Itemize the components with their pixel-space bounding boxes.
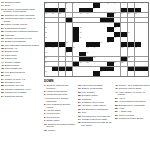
clue-text: Occupy, as a restaurant booth xyxy=(119,84,150,86)
white-cell[interactable] xyxy=(141,27,148,32)
white-cell[interactable] xyxy=(93,13,100,18)
white-cell[interactable]: 55 xyxy=(79,62,86,67)
white-cell[interactable] xyxy=(52,23,59,28)
white-cell[interactable] xyxy=(107,71,114,76)
clue-item: 60. Ransom chambers, e.g.? xyxy=(1,88,42,91)
black-cell xyxy=(121,57,128,62)
clue-item: 17. Bi-weekly check during which propert… xyxy=(1,8,42,13)
cell-number: 45 xyxy=(121,47,123,48)
white-cell[interactable] xyxy=(135,32,142,37)
white-cell[interactable] xyxy=(73,52,80,57)
white-cell[interactable]: 33 xyxy=(79,37,86,42)
down-clues-column-2: 13. Paperless periodical19. East or West… xyxy=(78,84,113,132)
white-cell[interactable] xyxy=(66,62,73,67)
cell-number: 25 xyxy=(121,23,123,24)
clue-text: Crowd-bearing ritual xyxy=(47,93,68,95)
black-cell xyxy=(107,27,114,32)
clue-text: Indoor flying insects xyxy=(47,90,67,92)
white-cell[interactable] xyxy=(135,71,142,76)
clue-text: Follower of terminal or rod xyxy=(5,37,32,39)
white-cell[interactable] xyxy=(52,37,59,42)
black-cell xyxy=(121,32,128,37)
white-cell[interactable]: 59 xyxy=(73,67,80,72)
white-cell[interactable] xyxy=(107,52,114,57)
black-cell xyxy=(66,18,73,23)
cell-number: 61 xyxy=(45,71,47,72)
cell-number: 48 xyxy=(45,52,47,53)
black-cell xyxy=(93,3,100,8)
white-cell[interactable] xyxy=(121,52,128,57)
white-cell[interactable] xyxy=(66,37,73,42)
white-cell[interactable]: 43 xyxy=(86,47,93,52)
cell-number: 39 xyxy=(45,47,47,48)
white-cell[interactable] xyxy=(141,47,148,52)
black-cell xyxy=(121,42,128,47)
clue-text: 'World-famous' something xyxy=(119,100,145,102)
white-cell[interactable] xyxy=(59,3,66,8)
black-cell xyxy=(59,42,66,47)
white-cell[interactable]: 17 xyxy=(128,13,135,18)
white-cell[interactable] xyxy=(86,3,93,8)
clue-text: Forecast xyxy=(5,34,14,36)
white-cell[interactable] xyxy=(135,62,142,67)
clue-text: Hotel, Bosley or Lionel, to Ronald xyxy=(118,91,145,96)
clue-text: Bistro's planet xyxy=(5,64,19,66)
white-cell[interactable]: 3 xyxy=(73,3,80,8)
white-cell[interactable] xyxy=(128,37,135,42)
white-cell[interactable] xyxy=(135,3,142,8)
white-cell[interactable]: 25 xyxy=(121,23,128,28)
cell-number: 41 xyxy=(59,47,61,48)
clue-text: Carol genre xyxy=(5,54,17,56)
white-cell[interactable] xyxy=(141,18,148,23)
clue-item: 26. Words from a golfer's notebook? xyxy=(1,30,42,33)
white-cell[interactable] xyxy=(86,18,93,23)
white-cell[interactable] xyxy=(93,52,100,57)
white-cell[interactable]: 61 xyxy=(45,71,52,76)
white-cell[interactable] xyxy=(135,52,142,57)
white-cell[interactable]: 29 xyxy=(45,32,52,37)
clue-text: Skills for workers and behavior xyxy=(47,84,69,89)
white-cell[interactable] xyxy=(114,47,121,52)
white-cell[interactable] xyxy=(135,18,142,23)
white-cell[interactable]: 62 xyxy=(100,71,107,76)
white-cell[interactable] xyxy=(73,71,80,76)
white-cell[interactable] xyxy=(141,42,148,47)
white-cell[interactable] xyxy=(59,52,66,57)
black-cell xyxy=(52,42,59,47)
white-cell[interactable] xyxy=(52,71,59,76)
white-cell[interactable] xyxy=(141,57,148,62)
white-cell[interactable] xyxy=(121,27,128,32)
white-cell[interactable] xyxy=(121,18,128,23)
clue-item: 47. Hotel, Bosley or Lionel, to Ronald xyxy=(115,91,150,96)
black-cell xyxy=(73,62,80,67)
clue-text: Jeer xyxy=(82,111,86,113)
white-cell[interactable] xyxy=(52,32,59,37)
white-cell[interactable]: 58 xyxy=(121,62,128,67)
clue-item: 6. Ask the whale xyxy=(44,109,76,112)
clue-item: 33. Microwaved a real patrolled xyxy=(78,115,113,118)
white-cell[interactable]: 36 xyxy=(73,42,80,47)
white-cell[interactable]: 7 xyxy=(141,3,148,8)
cell-number: 3 xyxy=(73,3,74,4)
white-cell[interactable]: 53 xyxy=(128,57,135,62)
black-cell xyxy=(141,67,148,72)
clue-text: Cracker classic xyxy=(5,61,21,63)
white-cell[interactable] xyxy=(86,32,93,37)
clue-item: 9. Sturdy fabric xyxy=(44,119,76,122)
white-cell[interactable]: 10 xyxy=(45,13,52,18)
white-cell[interactable] xyxy=(100,8,107,13)
white-cell[interactable] xyxy=(121,37,128,42)
white-cell[interactable] xyxy=(66,57,73,62)
clue-text: 'Celebrity Hunter' street xyxy=(82,104,106,106)
white-cell[interactable] xyxy=(128,3,135,8)
cell-number: 47 xyxy=(135,47,137,48)
white-cell[interactable]: 48 xyxy=(45,52,52,57)
black-cell xyxy=(73,27,80,32)
white-cell[interactable] xyxy=(52,57,59,62)
white-cell[interactable]: 11 xyxy=(52,13,59,18)
clue-item: 36. Nice fabrication sketching system xyxy=(1,44,42,47)
white-cell[interactable] xyxy=(93,62,100,67)
white-cell[interactable] xyxy=(107,23,114,28)
clue-text: Removal of a famous shooting? xyxy=(47,97,69,102)
white-cell[interactable] xyxy=(66,71,73,76)
cell-number: 15 xyxy=(114,13,116,14)
white-cell[interactable] xyxy=(86,67,93,72)
white-cell[interactable] xyxy=(100,37,107,42)
white-cell[interactable] xyxy=(121,3,128,8)
black-cell xyxy=(100,18,107,23)
white-cell[interactable] xyxy=(100,52,107,57)
cell-number: 35 xyxy=(66,42,68,43)
clue-item: 11. Emotional state xyxy=(1,1,42,4)
white-cell[interactable] xyxy=(107,47,114,52)
white-cell[interactable]: 39 xyxy=(45,47,52,52)
clue-item: 44. Cracker classic xyxy=(1,61,42,64)
white-cell[interactable] xyxy=(86,27,93,32)
white-cell[interactable]: 19 xyxy=(45,18,52,23)
across-clues-list: 11. Emotional state14. Duck17. Bi-weekly… xyxy=(1,1,42,149)
white-cell[interactable] xyxy=(107,32,114,37)
white-cell[interactable] xyxy=(93,37,100,42)
white-cell[interactable] xyxy=(66,32,73,37)
white-cell[interactable] xyxy=(114,42,121,47)
white-cell[interactable]: 16 xyxy=(121,13,128,18)
white-cell[interactable] xyxy=(45,67,52,72)
white-cell[interactable] xyxy=(79,3,86,8)
white-cell[interactable] xyxy=(52,3,59,8)
white-cell[interactable] xyxy=(100,32,107,37)
cell-number: 7 xyxy=(142,3,143,4)
white-cell[interactable]: 34 xyxy=(114,37,121,42)
clue-item: 57. A single time xyxy=(115,110,150,113)
white-cell[interactable]: 6 xyxy=(114,3,121,8)
white-cell[interactable] xyxy=(121,67,128,72)
clue-text: Burlesque prop xyxy=(5,81,21,83)
white-cell[interactable]: 40 xyxy=(52,47,59,52)
cell-number: 24 xyxy=(100,23,102,24)
black-cell xyxy=(73,32,80,37)
clue-item: 34. Bridge pal's hammer xyxy=(1,40,42,43)
white-cell[interactable] xyxy=(114,8,121,13)
clue-item: 59. Cain or Cyprus xyxy=(115,114,150,117)
white-cell[interactable] xyxy=(100,57,107,62)
white-cell[interactable]: 18 xyxy=(135,13,142,18)
white-cell[interactable] xyxy=(128,27,135,32)
white-cell[interactable] xyxy=(79,47,86,52)
clue-item: 23. Tiny follower xyxy=(78,91,113,94)
white-cell[interactable]: 46 xyxy=(128,47,135,52)
black-cell xyxy=(107,67,114,72)
clue-text: Bernese Alp xyxy=(5,47,17,49)
white-cell[interactable] xyxy=(66,27,73,32)
white-cell[interactable]: 54 xyxy=(45,62,52,67)
clue-text: Emotional state xyxy=(5,1,21,3)
white-cell[interactable] xyxy=(79,67,86,72)
white-cell[interactable]: 30 xyxy=(79,32,86,37)
clue-item: 64. Signs and omens xyxy=(1,95,42,98)
white-cell[interactable] xyxy=(79,71,86,76)
white-cell[interactable]: 32 xyxy=(45,37,52,42)
black-cell xyxy=(66,67,73,72)
white-cell[interactable]: 52 xyxy=(93,57,100,62)
white-cell[interactable] xyxy=(93,23,100,28)
white-cell[interactable] xyxy=(86,37,93,42)
black-cell xyxy=(93,42,100,47)
clue-item: 2. Indoor flying insects xyxy=(44,90,76,93)
white-cell[interactable] xyxy=(86,23,93,28)
white-cell[interactable] xyxy=(128,18,135,23)
white-cell[interactable] xyxy=(135,23,142,28)
cell-number: 19 xyxy=(45,18,47,19)
cell-number: 13 xyxy=(80,13,82,14)
crossword-puzzle-page: 11. Emotional state14. Duck17. Bi-weekly… xyxy=(0,0,150,150)
white-cell[interactable]: 44 xyxy=(93,47,100,52)
clue-item: 55. Bloomberg TV competitor xyxy=(115,104,150,107)
white-cell[interactable]: 50 xyxy=(86,52,93,57)
white-cell[interactable]: 42 xyxy=(73,47,80,52)
white-cell[interactable]: 20 xyxy=(73,18,80,23)
white-cell[interactable] xyxy=(93,18,100,23)
white-cell[interactable] xyxy=(135,37,142,42)
clue-item: 28. Forecast xyxy=(1,34,42,37)
clue-text: ASAP xyxy=(119,97,125,99)
white-cell[interactable]: 15 xyxy=(114,13,121,18)
clue-text: Children's author Blyton xyxy=(119,117,143,119)
cell-number: 31 xyxy=(128,32,130,33)
white-cell[interactable]: 12 xyxy=(59,13,66,18)
white-cell[interactable] xyxy=(73,8,80,13)
cell-number: 57 xyxy=(114,62,116,63)
white-cell[interactable] xyxy=(79,23,86,28)
white-cell[interactable]: 26 xyxy=(45,27,52,32)
white-cell[interactable] xyxy=(128,62,135,67)
white-cell[interactable]: 51 xyxy=(45,57,52,62)
white-cell[interactable] xyxy=(73,23,80,28)
white-cell[interactable]: 22 xyxy=(45,23,52,28)
cell-number: 5 xyxy=(107,3,108,4)
white-cell[interactable] xyxy=(100,27,107,32)
white-cell[interactable] xyxy=(59,62,66,67)
white-cell[interactable]: 1 xyxy=(45,3,52,8)
white-cell[interactable] xyxy=(135,27,142,32)
white-cell[interactable] xyxy=(141,13,148,18)
white-cell[interactable] xyxy=(107,8,114,13)
cell-number: 46 xyxy=(128,47,130,48)
white-cell[interactable] xyxy=(59,23,66,28)
white-cell[interactable] xyxy=(141,71,148,76)
clue-item: 19. East or West phrase xyxy=(78,87,113,90)
clue-text: Seasons, as a cyclist xyxy=(82,101,103,103)
white-cell[interactable] xyxy=(52,62,59,67)
cell-number: 40 xyxy=(52,47,54,48)
clue-item: 41. Carol genre xyxy=(1,54,42,57)
clue-item: 21. Workers who make regular oil stops? xyxy=(1,17,42,22)
white-cell[interactable] xyxy=(114,52,121,57)
black-cell xyxy=(45,8,52,13)
white-cell[interactable]: 27 xyxy=(79,27,86,32)
white-cell[interactable] xyxy=(141,37,148,42)
white-cell[interactable]: 56 xyxy=(86,62,93,67)
white-cell[interactable] xyxy=(59,71,66,76)
white-cell[interactable] xyxy=(59,37,66,42)
white-cell[interactable]: 13 xyxy=(79,13,86,18)
white-cell[interactable]: 41 xyxy=(59,47,66,52)
clue-text: Bridge pal's hammer xyxy=(5,40,26,42)
black-cell xyxy=(73,37,80,42)
black-cell xyxy=(128,67,135,72)
white-cell[interactable]: 60 xyxy=(114,67,121,72)
white-cell[interactable]: 14 xyxy=(86,13,93,18)
white-cell[interactable] xyxy=(141,23,148,28)
white-cell[interactable] xyxy=(107,57,114,62)
white-cell[interactable]: 47 xyxy=(135,47,142,52)
cell-number: 6 xyxy=(114,3,115,4)
white-cell[interactable] xyxy=(86,71,93,76)
white-cell[interactable] xyxy=(79,42,86,47)
white-cell[interactable]: 37 xyxy=(100,42,107,47)
cell-number: 1 xyxy=(45,3,46,4)
clue-item: 26. Coquette xyxy=(78,98,113,101)
white-cell[interactable] xyxy=(59,27,66,32)
white-cell[interactable] xyxy=(114,71,121,76)
clue-item: 62. Coming out, perhaps xyxy=(1,91,42,94)
white-cell[interactable] xyxy=(141,32,148,37)
clue-text: Signs and omens xyxy=(5,95,23,97)
white-cell[interactable] xyxy=(141,8,148,13)
cell-number: 26 xyxy=(45,27,47,28)
white-cell[interactable] xyxy=(93,67,100,72)
clue-text: Brandy flavor xyxy=(5,50,19,52)
clue-text: Duck xyxy=(5,4,10,6)
cell-number: 38 xyxy=(107,42,109,43)
white-cell[interactable]: 8 xyxy=(66,8,73,13)
black-cell xyxy=(59,8,66,13)
white-cell[interactable] xyxy=(93,27,100,32)
white-cell[interactable] xyxy=(66,13,73,18)
white-cell[interactable]: 31 xyxy=(128,32,135,37)
white-cell[interactable] xyxy=(73,57,80,62)
down-header: DOWN xyxy=(44,79,150,83)
cell-number: 2 xyxy=(66,3,67,4)
clue-text: Where it ends, maybe xyxy=(5,23,27,25)
clue-item: 34. Jewish Festival of Lights xyxy=(78,118,113,121)
clue-item: 53. 'World-famous' something xyxy=(115,100,150,103)
white-cell[interactable]: 9 xyxy=(93,8,100,13)
cell-number: 17 xyxy=(128,13,130,14)
down-clue-columns: 1. Skills for workers and behavior2. Ind… xyxy=(44,84,150,132)
white-cell[interactable] xyxy=(73,13,80,18)
white-cell[interactable] xyxy=(141,52,148,57)
clue-item: 43. Occupy, as a restaurant booth xyxy=(115,84,150,87)
clue-item: 46. Bistro's planet xyxy=(1,64,42,67)
white-cell[interactable] xyxy=(59,57,66,62)
white-cell[interactable]: 38 xyxy=(107,42,114,47)
white-cell[interactable] xyxy=(100,47,107,52)
cell-number: 11 xyxy=(52,13,54,14)
white-cell[interactable]: 28 xyxy=(114,27,121,32)
white-cell[interactable] xyxy=(128,71,135,76)
clue-item: 1. Skills for workers and behavior xyxy=(44,84,76,89)
white-cell[interactable] xyxy=(100,62,107,67)
white-cell[interactable] xyxy=(59,18,66,23)
clue-item: 13. Paperless periodical xyxy=(78,84,113,87)
white-cell[interactable] xyxy=(52,18,59,23)
black-cell xyxy=(45,42,52,47)
cell-number: 12 xyxy=(59,13,61,14)
white-cell[interactable] xyxy=(114,57,121,62)
white-cell[interactable]: 4 xyxy=(100,3,107,8)
clue-item: 36. Doorless pioneers with $1 for 'The C… xyxy=(78,121,113,126)
white-cell[interactable] xyxy=(59,32,66,37)
cell-number: 21 xyxy=(114,18,116,19)
white-cell[interactable]: 24 xyxy=(100,23,107,28)
black-cell xyxy=(114,23,121,28)
white-cell[interactable] xyxy=(52,27,59,32)
black-cell xyxy=(66,47,73,52)
white-cell[interactable] xyxy=(128,23,135,28)
clue-text: Bi-weekly check during which property is… xyxy=(4,8,35,13)
white-cell[interactable]: 2 xyxy=(66,3,73,8)
white-cell[interactable]: 5 xyxy=(107,3,114,8)
white-cell[interactable]: 35 xyxy=(66,42,73,47)
clue-text: Lure leading to security videos xyxy=(47,103,71,108)
cell-number: 36 xyxy=(73,42,75,43)
white-cell[interactable] xyxy=(79,18,86,23)
white-cell[interactable]: 45 xyxy=(121,47,128,52)
clue-text: Microwaved a real patrolled xyxy=(82,115,110,117)
white-cell[interactable] xyxy=(128,52,135,57)
white-cell[interactable]: 49 xyxy=(66,52,73,57)
white-cell[interactable] xyxy=(100,13,107,18)
clue-item: 51. ASAP xyxy=(115,97,150,100)
white-cell[interactable] xyxy=(52,52,59,57)
clue-text: Student generation military service xyxy=(47,123,76,128)
white-cell[interactable] xyxy=(135,57,142,62)
clue-text: Cain or Cyprus xyxy=(119,114,134,116)
white-cell[interactable] xyxy=(121,71,128,76)
cell-number: 4 xyxy=(100,3,101,4)
white-cell[interactable]: 21 xyxy=(114,18,121,23)
white-cell[interactable]: 57 xyxy=(114,62,121,67)
white-cell[interactable] xyxy=(141,62,148,67)
white-cell[interactable]: 23 xyxy=(66,23,73,28)
cell-number: 49 xyxy=(66,52,68,53)
white-cell[interactable] xyxy=(93,32,100,37)
